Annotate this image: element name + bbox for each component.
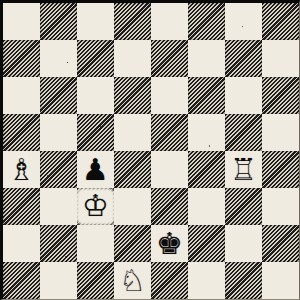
chess-board: ♗♟♖♔♚♘ [0, 0, 300, 300]
square-f8 [188, 3, 225, 40]
square-d6 [114, 77, 151, 114]
square-a4: ♗ [3, 151, 40, 188]
square-d4 [114, 151, 151, 188]
square-h6 [262, 77, 299, 114]
square-f1 [188, 262, 225, 299]
square-a5 [3, 114, 40, 151]
square-h8 [262, 3, 299, 40]
square-e5 [151, 114, 188, 151]
square-c5 [77, 114, 114, 151]
square-c7 [77, 40, 114, 77]
square-e7 [151, 40, 188, 77]
square-b7 [40, 40, 77, 77]
square-a2 [3, 225, 40, 262]
square-d8 [114, 3, 151, 40]
square-f6 [188, 77, 225, 114]
square-c2 [77, 225, 114, 262]
square-e4 [151, 151, 188, 188]
square-d5 [114, 114, 151, 151]
square-h2 [262, 225, 299, 262]
square-h7 [262, 40, 299, 77]
square-b1 [40, 262, 77, 299]
white-rook: ♖ [230, 155, 257, 185]
square-a7 [3, 40, 40, 77]
square-g8 [225, 3, 262, 40]
black-pawn: ♟ [82, 155, 109, 185]
square-b5 [40, 114, 77, 151]
square-g3 [225, 188, 262, 225]
square-g2 [225, 225, 262, 262]
square-b4 [40, 151, 77, 188]
square-f4 [188, 151, 225, 188]
square-g6 [225, 77, 262, 114]
white-king: ♔ [79, 191, 112, 222]
square-d3 [114, 188, 151, 225]
square-e8 [151, 3, 188, 40]
square-d2 [114, 225, 151, 262]
square-a8 [3, 3, 40, 40]
square-e3 [151, 188, 188, 225]
black-king: ♚ [156, 229, 183, 259]
square-g1 [225, 262, 262, 299]
square-b3 [40, 188, 77, 225]
square-g4: ♖ [225, 151, 262, 188]
square-c8 [77, 3, 114, 40]
white-bishop: ♗ [8, 155, 35, 185]
square-g5 [225, 114, 262, 151]
square-d7 [114, 40, 151, 77]
square-a1 [3, 262, 40, 299]
square-h5 [262, 114, 299, 151]
square-f5 [188, 114, 225, 151]
square-c6 [77, 77, 114, 114]
square-h4 [262, 151, 299, 188]
square-d1: ♘ [114, 262, 151, 299]
square-g7 [225, 40, 262, 77]
square-h3 [262, 188, 299, 225]
square-f2 [188, 225, 225, 262]
square-b6 [40, 77, 77, 114]
square-c4: ♟ [77, 151, 114, 188]
square-e2: ♚ [151, 225, 188, 262]
square-e6 [151, 77, 188, 114]
square-c3: ♔ [77, 188, 114, 225]
square-h1 [262, 262, 299, 299]
square-f7 [188, 40, 225, 77]
white-knight: ♘ [119, 266, 146, 296]
square-b2 [40, 225, 77, 262]
square-a6 [3, 77, 40, 114]
square-c1 [77, 262, 114, 299]
square-e1 [151, 262, 188, 299]
square-b8 [40, 3, 77, 40]
square-a3 [3, 188, 40, 225]
square-f3 [188, 188, 225, 225]
